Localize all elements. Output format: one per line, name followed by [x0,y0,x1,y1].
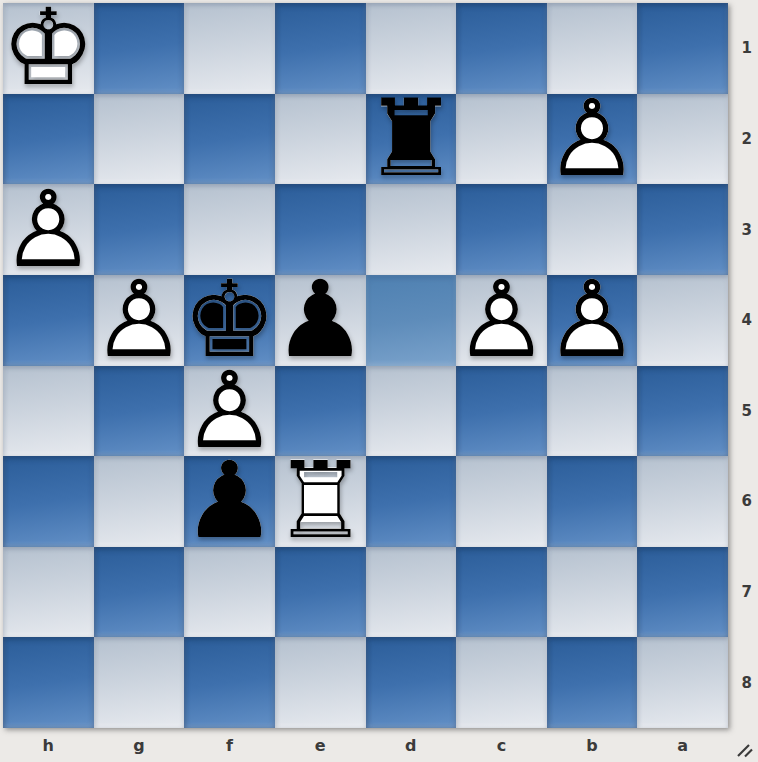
file-coordinates: hgfedcba [3,728,728,762]
square-h1[interactable]: ♚♔ [3,3,94,94]
square-f6[interactable]: ♙♟ [184,456,275,547]
white-piece-outline-layer: ♙ [547,275,638,366]
rank-label-6: 6 [728,456,758,547]
square-c1[interactable] [456,3,547,94]
black-piece-outline-layer: ♜ [366,94,457,185]
square-e8[interactable] [275,637,366,728]
square-e4[interactable]: ♙♟ [275,275,366,366]
rank-label-3: 3 [728,184,758,275]
square-d4[interactable] [366,275,457,366]
square-b2[interactable]: ♟♙ [547,94,638,185]
square-c2[interactable] [456,94,547,185]
white-piece-outline-layer: ♙ [94,275,185,366]
chess-board-window: ♚♔♖♜♟♙♟♙♟♙♔♚♙♟♟♙♟♙♟♙♙♟♜♖ 12345678 hgfedc… [0,0,758,762]
square-d6[interactable] [366,456,457,547]
rank-label-5: 5 [728,366,758,457]
file-label-h: h [3,728,94,762]
piece-white-pawn-c4[interactable]: ♟♙ [456,275,547,366]
square-e1[interactable] [275,3,366,94]
file-label-a: a [637,728,728,762]
file-label-c: c [456,728,547,762]
square-b7[interactable] [547,547,638,638]
square-a7[interactable] [637,547,728,638]
white-piece-outline-layer: ♔ [3,3,94,94]
square-f1[interactable] [184,3,275,94]
piece-black-pawn-f6[interactable]: ♙♟ [184,456,275,547]
square-a3[interactable] [637,184,728,275]
rank-label-1: 1 [728,3,758,94]
square-d3[interactable] [366,184,457,275]
square-b6[interactable] [547,456,638,547]
square-f2[interactable] [184,94,275,185]
square-d2[interactable]: ♖♜ [366,94,457,185]
piece-white-king-h1[interactable]: ♚♔ [3,3,94,94]
rank-label-2: 2 [728,94,758,185]
square-g5[interactable] [94,366,185,457]
square-d8[interactable] [366,637,457,728]
square-c7[interactable] [456,547,547,638]
piece-white-pawn-g4[interactable]: ♟♙ [94,275,185,366]
piece-white-pawn-h3[interactable]: ♟♙ [3,184,94,275]
square-g7[interactable] [94,547,185,638]
rank-label-8: 8 [728,637,758,728]
square-d7[interactable] [366,547,457,638]
square-a1[interactable] [637,3,728,94]
piece-white-pawn-b4[interactable]: ♟♙ [547,275,638,366]
square-a2[interactable] [637,94,728,185]
square-a6[interactable] [637,456,728,547]
rank-label-7: 7 [728,547,758,638]
square-c6[interactable] [456,456,547,547]
square-g2[interactable] [94,94,185,185]
board: ♚♔♖♜♟♙♟♙♟♙♔♚♙♟♟♙♟♙♟♙♙♟♜♖ [3,3,728,728]
square-g4[interactable]: ♟♙ [94,275,185,366]
piece-black-pawn-e4[interactable]: ♙♟ [275,275,366,366]
white-piece-outline-layer: ♖ [275,456,366,547]
square-a4[interactable] [637,275,728,366]
square-e6[interactable]: ♜♖ [275,456,366,547]
square-d5[interactable] [366,366,457,457]
square-h7[interactable] [3,547,94,638]
piece-black-rook-d2[interactable]: ♖♜ [366,94,457,185]
square-b5[interactable] [547,366,638,457]
black-piece-outline-layer: ♟ [275,275,366,366]
rank-coordinates: 12345678 [728,3,758,728]
square-h8[interactable] [3,637,94,728]
square-c8[interactable] [456,637,547,728]
white-piece-outline-layer: ♙ [3,184,94,275]
rank-label-4: 4 [728,275,758,366]
white-piece-outline-layer: ♙ [547,94,638,185]
square-f7[interactable] [184,547,275,638]
square-f8[interactable] [184,637,275,728]
square-h3[interactable]: ♟♙ [3,184,94,275]
square-e2[interactable] [275,94,366,185]
black-piece-outline-layer: ♟ [184,456,275,547]
piece-white-pawn-b2[interactable]: ♟♙ [547,94,638,185]
square-g8[interactable] [94,637,185,728]
square-h6[interactable] [3,456,94,547]
white-piece-outline-layer: ♙ [456,275,547,366]
file-label-g: g [94,728,185,762]
resize-grip-icon[interactable] [736,743,754,758]
square-a5[interactable] [637,366,728,457]
square-g6[interactable] [94,456,185,547]
file-label-e: e [275,728,366,762]
square-h4[interactable] [3,275,94,366]
file-label-d: d [366,728,457,762]
file-label-b: b [547,728,638,762]
file-label-f: f [184,728,275,762]
piece-white-rook-e6[interactable]: ♜♖ [275,456,366,547]
square-g1[interactable] [94,3,185,94]
square-c4[interactable]: ♟♙ [456,275,547,366]
square-c5[interactable] [456,366,547,457]
square-b8[interactable] [547,637,638,728]
square-e7[interactable] [275,547,366,638]
square-b4[interactable]: ♟♙ [547,275,638,366]
square-a8[interactable] [637,637,728,728]
square-h5[interactable] [3,366,94,457]
